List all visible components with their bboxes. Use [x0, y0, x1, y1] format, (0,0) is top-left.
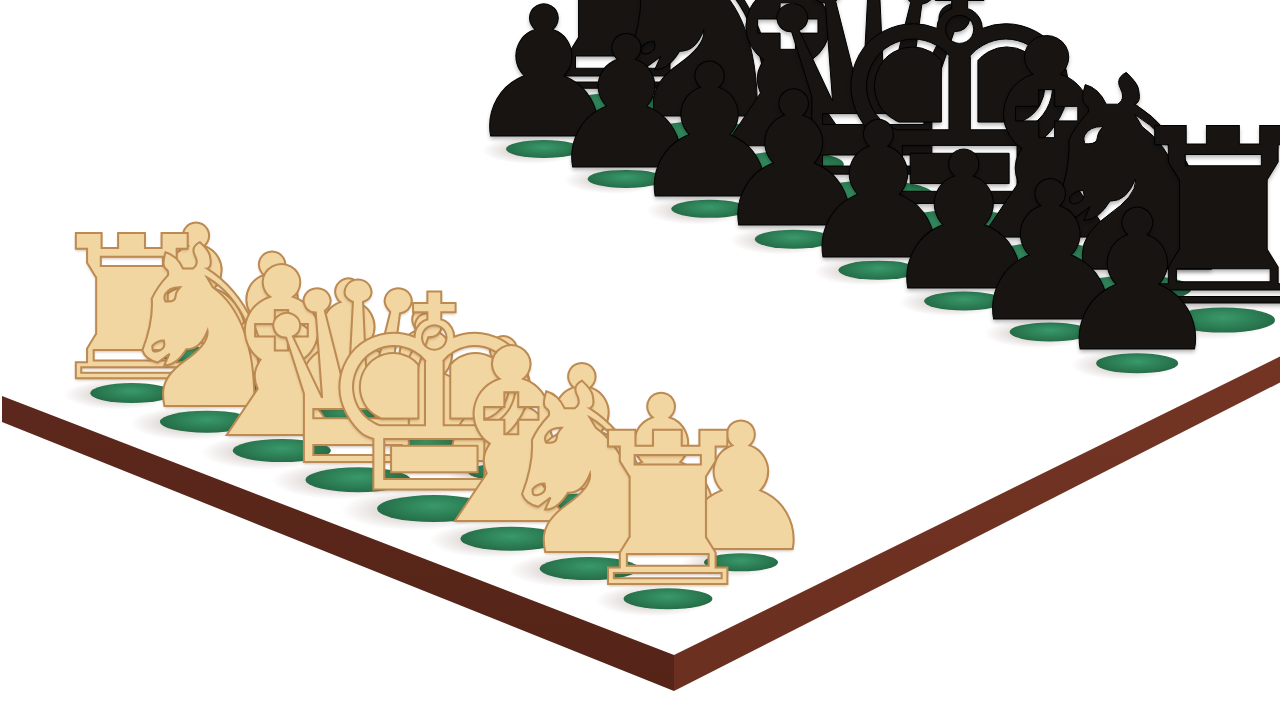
square-h4[interactable] — [816, 444, 974, 513]
piece-white-rook-h1[interactable]: ♜ — [573, 405, 763, 617]
square-g5[interactable] — [810, 372, 969, 442]
square-h5[interactable] — [893, 403, 1055, 473]
pieces-layer: ♜♞♟♝♟♛♟♚♟♝♟♞♟♜♟♟♟♟♜♟♞♟♝♟♛♟♚♟♝♟♞♜ — [0, 0, 1280, 720]
product-photo-stage: ♜♞♟♝♟♛♟♚♟♝♟♞♟♜♟♟♟♟♜♟♞♟♝♟♛♟♚♟♝♟♞♜ — [0, 0, 1280, 720]
frame-screw — [1092, 430, 1109, 437]
piece-black-pawn-h7[interactable]: ♟ — [1050, 186, 1224, 380]
frame-screw — [939, 506, 955, 513]
